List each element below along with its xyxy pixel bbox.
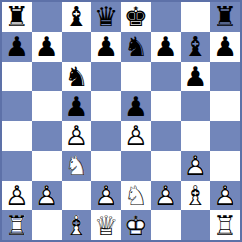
square-d4[interactable] xyxy=(91,121,121,151)
piece-white-pawn: ♟♙ xyxy=(183,152,207,179)
piece-outline: ♙ xyxy=(124,121,148,151)
piece-outline: ♖ xyxy=(213,210,237,240)
square-h1[interactable]: ♜♖ xyxy=(210,210,240,240)
square-e4[interactable]: ♟♙ xyxy=(121,121,151,151)
square-c1[interactable]: ♝♗ xyxy=(62,210,92,240)
piece-outline: ♙ xyxy=(213,181,237,211)
square-b3[interactable] xyxy=(32,151,62,181)
square-f4[interactable] xyxy=(151,121,181,151)
piece-black-pawn: ♟ xyxy=(35,33,59,60)
square-h4[interactable] xyxy=(210,121,240,151)
square-f7[interactable]: ♟ xyxy=(151,32,181,62)
square-c2[interactable] xyxy=(62,181,92,211)
piece-black-king: ♚ xyxy=(124,3,148,30)
piece-white-king: ♚♔ xyxy=(124,212,148,239)
square-g3[interactable]: ♟♙ xyxy=(181,151,211,181)
square-b8[interactable] xyxy=(32,2,62,32)
square-d6[interactable] xyxy=(91,62,121,92)
piece-outline: ♙ xyxy=(64,121,88,151)
piece-black-rook: ♜ xyxy=(5,3,29,30)
piece-outline: ♖ xyxy=(5,210,29,240)
piece-white-queen: ♛♕ xyxy=(94,212,118,239)
square-d2[interactable]: ♟♙ xyxy=(91,181,121,211)
piece-black-pawn: ♟ xyxy=(124,93,148,120)
square-f5[interactable] xyxy=(151,91,181,121)
square-c6[interactable]: ♞ xyxy=(62,62,92,92)
square-c7[interactable] xyxy=(62,32,92,62)
piece-white-bishop: ♝♗ xyxy=(183,182,207,209)
square-c8[interactable]: ♝ xyxy=(62,2,92,32)
square-c4[interactable]: ♟♙ xyxy=(62,121,92,151)
square-a1[interactable]: ♜♖ xyxy=(2,210,32,240)
piece-white-rook: ♜♖ xyxy=(5,212,29,239)
square-f3[interactable] xyxy=(151,151,181,181)
piece-white-pawn: ♟♙ xyxy=(154,182,178,209)
square-d7[interactable]: ♟ xyxy=(91,32,121,62)
square-a6[interactable] xyxy=(2,62,32,92)
square-e6[interactable] xyxy=(121,62,151,92)
square-e2[interactable]: ♞♘ xyxy=(121,181,151,211)
piece-black-pawn: ♟ xyxy=(154,33,178,60)
square-b4[interactable] xyxy=(32,121,62,151)
piece-black-rook: ♜ xyxy=(213,3,237,30)
square-d5[interactable] xyxy=(91,91,121,121)
piece-white-knight: ♞♘ xyxy=(64,152,88,179)
piece-black-pawn: ♟ xyxy=(183,63,207,90)
piece-black-knight: ♞ xyxy=(64,63,88,90)
square-f1[interactable] xyxy=(151,210,181,240)
square-b2[interactable]: ♟♙ xyxy=(32,181,62,211)
square-a8[interactable]: ♜ xyxy=(2,2,32,32)
square-g1[interactable] xyxy=(181,210,211,240)
square-h5[interactable] xyxy=(210,91,240,121)
square-e1[interactable]: ♚♔ xyxy=(121,210,151,240)
piece-outline: ♙ xyxy=(35,181,59,211)
square-b5[interactable] xyxy=(32,91,62,121)
piece-outline: ♙ xyxy=(154,181,178,211)
square-f8[interactable] xyxy=(151,2,181,32)
square-h6[interactable] xyxy=(210,62,240,92)
square-a2[interactable]: ♟♙ xyxy=(2,181,32,211)
square-e3[interactable] xyxy=(121,151,151,181)
piece-outline: ♙ xyxy=(5,181,29,211)
piece-outline: ♕ xyxy=(94,210,118,240)
square-a4[interactable] xyxy=(2,121,32,151)
square-e5[interactable]: ♟ xyxy=(121,91,151,121)
piece-outline: ♗ xyxy=(64,210,88,240)
square-h2[interactable]: ♟♙ xyxy=(210,181,240,211)
square-g8[interactable] xyxy=(181,2,211,32)
square-h7[interactable]: ♟ xyxy=(210,32,240,62)
piece-white-pawn: ♟♙ xyxy=(64,122,88,149)
square-e8[interactable]: ♚ xyxy=(121,2,151,32)
piece-white-pawn: ♟♙ xyxy=(124,122,148,149)
piece-white-knight: ♞♘ xyxy=(124,182,148,209)
piece-outline: ♔ xyxy=(124,210,148,240)
piece-black-queen: ♛ xyxy=(94,3,118,30)
piece-outline: ♘ xyxy=(64,151,88,181)
square-g4[interactable] xyxy=(181,121,211,151)
square-h8[interactable]: ♜ xyxy=(210,2,240,32)
piece-white-rook: ♜♖ xyxy=(213,212,237,239)
piece-black-pawn: ♟ xyxy=(213,33,237,60)
square-a7[interactable]: ♟ xyxy=(2,32,32,62)
square-a3[interactable] xyxy=(2,151,32,181)
square-b7[interactable]: ♟ xyxy=(32,32,62,62)
piece-white-bishop: ♝♗ xyxy=(64,212,88,239)
piece-black-pawn: ♟ xyxy=(5,33,29,60)
square-g7[interactable]: ♝ xyxy=(181,32,211,62)
piece-outline: ♙ xyxy=(183,151,207,181)
square-d1[interactable]: ♛♕ xyxy=(91,210,121,240)
piece-black-pawn: ♟ xyxy=(64,93,88,120)
square-d8[interactable]: ♛ xyxy=(91,2,121,32)
piece-black-bishop: ♝ xyxy=(183,33,207,60)
square-d3[interactable] xyxy=(91,151,121,181)
piece-black-bishop: ♝ xyxy=(64,3,88,30)
piece-white-pawn: ♟♙ xyxy=(213,182,237,209)
square-g2[interactable]: ♝♗ xyxy=(181,181,211,211)
piece-white-pawn: ♟♙ xyxy=(5,182,29,209)
square-f6[interactable] xyxy=(151,62,181,92)
square-h3[interactable] xyxy=(210,151,240,181)
square-f2[interactable]: ♟♙ xyxy=(151,181,181,211)
square-b1[interactable] xyxy=(32,210,62,240)
piece-black-pawn: ♟ xyxy=(94,33,118,60)
square-c5[interactable]: ♟ xyxy=(62,91,92,121)
piece-white-pawn: ♟♙ xyxy=(94,182,118,209)
square-g6[interactable]: ♟ xyxy=(181,62,211,92)
square-a5[interactable] xyxy=(2,91,32,121)
square-g5[interactable] xyxy=(181,91,211,121)
piece-outline: ♘ xyxy=(124,181,148,211)
square-b6[interactable] xyxy=(32,62,62,92)
piece-outline: ♙ xyxy=(94,181,118,211)
chess-board: ♜♝♛♚♜♟♟♟♞♟♝♟♞♟♟♟♟♙♟♙♞♘♟♙♟♙♟♙♟♙♞♘♟♙♝♗♟♙♜♖… xyxy=(0,0,242,242)
square-c3[interactable]: ♞♘ xyxy=(62,151,92,181)
piece-black-knight: ♞ xyxy=(124,33,148,60)
square-e7[interactable]: ♞ xyxy=(121,32,151,62)
piece-white-pawn: ♟♙ xyxy=(35,182,59,209)
piece-outline: ♗ xyxy=(183,181,207,211)
